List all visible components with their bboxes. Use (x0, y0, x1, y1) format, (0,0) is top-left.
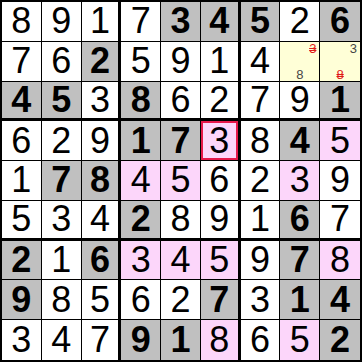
cell-r4c1[interactable]: 6 (2, 121, 42, 161)
cell-r7c3[interactable]: 6 (82, 241, 122, 281)
cell-r8c9[interactable]: 4 (320, 280, 360, 320)
cell-r8c8[interactable]: 1 (280, 280, 320, 320)
cell-r6c5[interactable]: 8 (161, 201, 201, 241)
sudoku-board: 8917345267625914383845386279162917384517… (0, 0, 362, 362)
note-empty-slot (280, 42, 293, 55)
note-3: 3 (347, 42, 360, 55)
note-empty-slot (333, 55, 346, 68)
cell-r7c7[interactable]: 9 (241, 241, 281, 281)
cell-r2c1[interactable]: 7 (2, 42, 42, 82)
cell-r7c9[interactable]: 8 (320, 241, 360, 281)
note-empty-slot (320, 42, 333, 55)
cell-r5c2[interactable]: 7 (42, 161, 82, 201)
note-empty-slot (333, 42, 346, 55)
cell-r7c6[interactable]: 5 (201, 241, 241, 281)
note-empty-slot (347, 55, 360, 68)
note-empty-slot (293, 42, 306, 55)
note-empty-slot (347, 68, 360, 81)
note-3-eliminated: 3 (306, 42, 319, 55)
note-empty-slot (306, 68, 319, 81)
cell-r5c9[interactable]: 9 (320, 161, 360, 201)
cell-r8c2[interactable]: 8 (42, 280, 82, 320)
cell-r3c2[interactable]: 5 (42, 82, 82, 122)
cell-r2c2[interactable]: 6 (42, 42, 82, 82)
cell-r2c4[interactable]: 5 (121, 42, 161, 82)
cell-r3c6[interactable]: 2 (201, 82, 241, 122)
candidate-notes: 38 (320, 42, 360, 81)
note-empty-slot (320, 68, 333, 81)
cell-r9c2[interactable]: 4 (42, 320, 82, 360)
cell-r8c5[interactable]: 2 (161, 280, 201, 320)
cell-r5c7[interactable]: 2 (241, 161, 281, 201)
cell-r1c1[interactable]: 8 (2, 2, 42, 42)
cell-r3c3[interactable]: 3 (82, 82, 122, 122)
cell-r8c4[interactable]: 6 (121, 280, 161, 320)
cell-r2c9[interactable]: 38 (320, 42, 360, 82)
cell-r8c7[interactable]: 3 (241, 280, 281, 320)
cell-r9c5[interactable]: 1 (161, 320, 201, 360)
cell-r1c8[interactable]: 2 (280, 2, 320, 42)
cell-r1c9[interactable]: 6 (320, 2, 360, 42)
cell-r6c8[interactable]: 6 (280, 201, 320, 241)
cell-r4c9[interactable]: 5 (320, 121, 360, 161)
cell-r5c1[interactable]: 1 (2, 161, 42, 201)
note-empty-slot (320, 55, 333, 68)
cell-r6c6[interactable]: 9 (201, 201, 241, 241)
cell-r6c9[interactable]: 7 (320, 201, 360, 241)
cell-r6c3[interactable]: 4 (82, 201, 122, 241)
cell-r2c7[interactable]: 4 (241, 42, 281, 82)
cell-r1c4[interactable]: 7 (121, 2, 161, 42)
cell-r9c6[interactable]: 8 (201, 320, 241, 360)
note-8: 8 (293, 68, 306, 81)
cell-r9c1[interactable]: 3 (2, 320, 42, 360)
cell-r9c3[interactable]: 7 (82, 320, 122, 360)
candidate-notes: 38 (280, 42, 319, 81)
cell-r7c8[interactable]: 7 (280, 241, 320, 281)
note-8-eliminated: 8 (333, 68, 346, 81)
cell-r8c6[interactable]: 7 (201, 280, 241, 320)
cell-r5c4[interactable]: 4 (121, 161, 161, 201)
cell-r9c9[interactable]: 2 (320, 320, 360, 360)
note-empty-slot (306, 55, 319, 68)
note-empty-slot (280, 55, 293, 68)
cell-r4c4[interactable]: 1 (121, 121, 161, 161)
cell-r6c1[interactable]: 5 (2, 201, 42, 241)
note-empty-slot (280, 68, 293, 81)
cell-r3c5[interactable]: 6 (161, 82, 201, 122)
cell-r9c8[interactable]: 5 (280, 320, 320, 360)
cell-r7c4[interactable]: 3 (121, 241, 161, 281)
cell-r1c2[interactable]: 9 (42, 2, 82, 42)
cell-r1c3[interactable]: 1 (82, 2, 122, 42)
cell-r5c8[interactable]: 3 (280, 161, 320, 201)
cell-r5c5[interactable]: 5 (161, 161, 201, 201)
cell-r4c2[interactable]: 2 (42, 121, 82, 161)
cell-r9c4[interactable]: 9 (121, 320, 161, 360)
cell-r8c1[interactable]: 9 (2, 280, 42, 320)
cell-r4c8[interactable]: 4 (280, 121, 320, 161)
cell-r4c5[interactable]: 7 (161, 121, 201, 161)
cell-r8c3[interactable]: 5 (82, 280, 122, 320)
cell-r3c4[interactable]: 8 (121, 82, 161, 122)
cell-r1c5[interactable]: 3 (161, 2, 201, 42)
cell-r5c3[interactable]: 8 (82, 161, 122, 201)
cell-r3c9[interactable]: 1 (320, 82, 360, 122)
cell-r7c1[interactable]: 2 (2, 241, 42, 281)
cell-r7c2[interactable]: 1 (42, 241, 82, 281)
cell-r3c7[interactable]: 7 (241, 82, 281, 122)
cell-r5c6[interactable]: 6 (201, 161, 241, 201)
cell-r2c8[interactable]: 38 (280, 42, 320, 82)
cell-r9c7[interactable]: 6 (241, 320, 281, 360)
cell-r6c2[interactable]: 3 (42, 201, 82, 241)
cell-r1c6[interactable]: 4 (201, 2, 241, 42)
cell-r4c3[interactable]: 9 (82, 121, 122, 161)
cell-r7c5[interactable]: 4 (161, 241, 201, 281)
cell-r2c6[interactable]: 1 (201, 42, 241, 82)
cell-r3c1[interactable]: 4 (2, 82, 42, 122)
cell-r3c8[interactable]: 9 (280, 82, 320, 122)
cell-r2c3[interactable]: 2 (82, 42, 122, 82)
cell-r6c7[interactable]: 1 (241, 201, 281, 241)
cell-r1c7[interactable]: 5 (241, 2, 281, 42)
cell-r4c7[interactable]: 8 (241, 121, 281, 161)
cell-r4c6[interactable]: 3 (201, 121, 241, 161)
cell-r6c4[interactable]: 2 (121, 201, 161, 241)
cell-r2c5[interactable]: 9 (161, 42, 201, 82)
note-empty-slot (293, 55, 306, 68)
